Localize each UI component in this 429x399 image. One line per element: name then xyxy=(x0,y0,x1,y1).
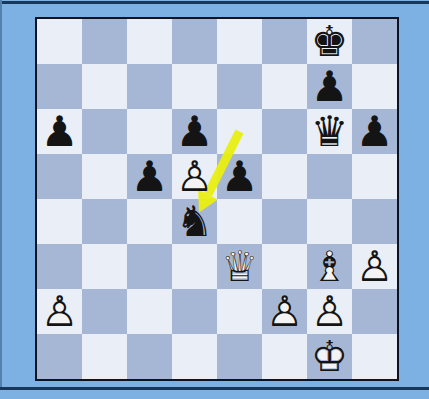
square-c1[interactable] xyxy=(127,334,172,379)
square-e7[interactable] xyxy=(217,64,262,109)
white-pawn-outline: ♙ xyxy=(262,289,307,334)
square-d1[interactable] xyxy=(172,334,217,379)
square-b7[interactable] xyxy=(82,64,127,109)
chess-app-canvas: ♚♟♟♟♛♟♟♟♙♟♞♛♕♝♗♟♙♟♙♟♙♟♙♚♔ xyxy=(0,0,429,399)
white-pawn[interactable]: ♟♙ xyxy=(262,289,307,334)
white-king-outline: ♔ xyxy=(307,334,352,379)
square-e3[interactable]: ♛♕ xyxy=(217,244,262,289)
square-b3[interactable] xyxy=(82,244,127,289)
square-b5[interactable] xyxy=(82,154,127,199)
white-queen-outline: ♕ xyxy=(217,244,262,289)
square-c4[interactable] xyxy=(127,199,172,244)
white-pawn-outline: ♙ xyxy=(352,244,397,289)
square-c5[interactable]: ♟ xyxy=(127,154,172,199)
square-g8[interactable]: ♚ xyxy=(307,19,352,64)
square-e6[interactable] xyxy=(217,109,262,154)
square-a1[interactable] xyxy=(37,334,82,379)
square-d7[interactable] xyxy=(172,64,217,109)
square-a2[interactable]: ♟♙ xyxy=(37,289,82,334)
black-pawn[interactable]: ♟ xyxy=(217,154,262,199)
square-e5[interactable]: ♟ xyxy=(217,154,262,199)
white-pawn[interactable]: ♟♙ xyxy=(352,244,397,289)
square-h3[interactable]: ♟♙ xyxy=(352,244,397,289)
square-f8[interactable] xyxy=(262,19,307,64)
square-a3[interactable] xyxy=(37,244,82,289)
black-pawn[interactable]: ♟ xyxy=(37,109,82,154)
white-bishop[interactable]: ♝♗ xyxy=(307,244,352,289)
square-g2[interactable]: ♟♙ xyxy=(307,289,352,334)
square-h4[interactable] xyxy=(352,199,397,244)
square-a7[interactable] xyxy=(37,64,82,109)
square-d8[interactable] xyxy=(172,19,217,64)
black-queen[interactable]: ♛ xyxy=(307,109,352,154)
square-c3[interactable] xyxy=(127,244,172,289)
square-e1[interactable] xyxy=(217,334,262,379)
square-g6[interactable]: ♛ xyxy=(307,109,352,154)
white-bishop-outline: ♗ xyxy=(307,244,352,289)
square-b6[interactable] xyxy=(82,109,127,154)
white-king[interactable]: ♚♔ xyxy=(307,334,352,379)
square-f4[interactable] xyxy=(262,199,307,244)
square-b2[interactable] xyxy=(82,289,127,334)
square-f2[interactable]: ♟♙ xyxy=(262,289,307,334)
black-pawn[interactable]: ♟ xyxy=(307,64,352,109)
square-a8[interactable] xyxy=(37,19,82,64)
white-pawn[interactable]: ♟♙ xyxy=(172,154,217,199)
square-e8[interactable] xyxy=(217,19,262,64)
square-c8[interactable] xyxy=(127,19,172,64)
square-g3[interactable]: ♝♗ xyxy=(307,244,352,289)
square-g4[interactable] xyxy=(307,199,352,244)
white-queen[interactable]: ♛♕ xyxy=(217,244,262,289)
square-b8[interactable] xyxy=(82,19,127,64)
square-b4[interactable] xyxy=(82,199,127,244)
square-d5[interactable]: ♟♙ xyxy=(172,154,217,199)
square-c7[interactable] xyxy=(127,64,172,109)
square-f1[interactable] xyxy=(262,334,307,379)
square-g7[interactable]: ♟ xyxy=(307,64,352,109)
black-pawn[interactable]: ♟ xyxy=(352,109,397,154)
square-a6[interactable]: ♟ xyxy=(37,109,82,154)
black-pawn[interactable]: ♟ xyxy=(172,109,217,154)
square-e2[interactable] xyxy=(217,289,262,334)
white-pawn[interactable]: ♟♙ xyxy=(37,289,82,334)
square-a5[interactable] xyxy=(37,154,82,199)
square-d2[interactable] xyxy=(172,289,217,334)
white-pawn-outline: ♙ xyxy=(37,289,82,334)
square-h5[interactable] xyxy=(352,154,397,199)
square-a4[interactable] xyxy=(37,199,82,244)
square-d4[interactable]: ♞ xyxy=(172,199,217,244)
chess-board: ♚♟♟♟♛♟♟♟♙♟♞♛♕♝♗♟♙♟♙♟♙♟♙♚♔ xyxy=(35,17,399,381)
white-pawn[interactable]: ♟♙ xyxy=(307,289,352,334)
square-f5[interactable] xyxy=(262,154,307,199)
square-c2[interactable] xyxy=(127,289,172,334)
square-h1[interactable] xyxy=(352,334,397,379)
chess-board-squares: ♚♟♟♟♛♟♟♟♙♟♞♛♕♝♗♟♙♟♙♟♙♟♙♚♔ xyxy=(37,19,397,379)
black-pawn[interactable]: ♟ xyxy=(127,154,172,199)
square-h6[interactable]: ♟ xyxy=(352,109,397,154)
panel-border-top xyxy=(0,1,429,4)
square-c6[interactable] xyxy=(127,109,172,154)
square-h8[interactable] xyxy=(352,19,397,64)
square-d6[interactable]: ♟ xyxy=(172,109,217,154)
black-king[interactable]: ♚ xyxy=(307,19,352,64)
panel-border-bottom xyxy=(0,387,429,390)
square-e4[interactable] xyxy=(217,199,262,244)
square-d3[interactable] xyxy=(172,244,217,289)
square-f6[interactable] xyxy=(262,109,307,154)
black-knight[interactable]: ♞ xyxy=(172,199,217,244)
panel-border-left xyxy=(0,0,2,389)
white-pawn-outline: ♙ xyxy=(172,154,217,199)
square-g5[interactable] xyxy=(307,154,352,199)
square-b1[interactable] xyxy=(82,334,127,379)
square-h7[interactable] xyxy=(352,64,397,109)
square-g1[interactable]: ♚♔ xyxy=(307,334,352,379)
square-f7[interactable] xyxy=(262,64,307,109)
square-f3[interactable] xyxy=(262,244,307,289)
square-h2[interactable] xyxy=(352,289,397,334)
white-pawn-outline: ♙ xyxy=(307,289,352,334)
